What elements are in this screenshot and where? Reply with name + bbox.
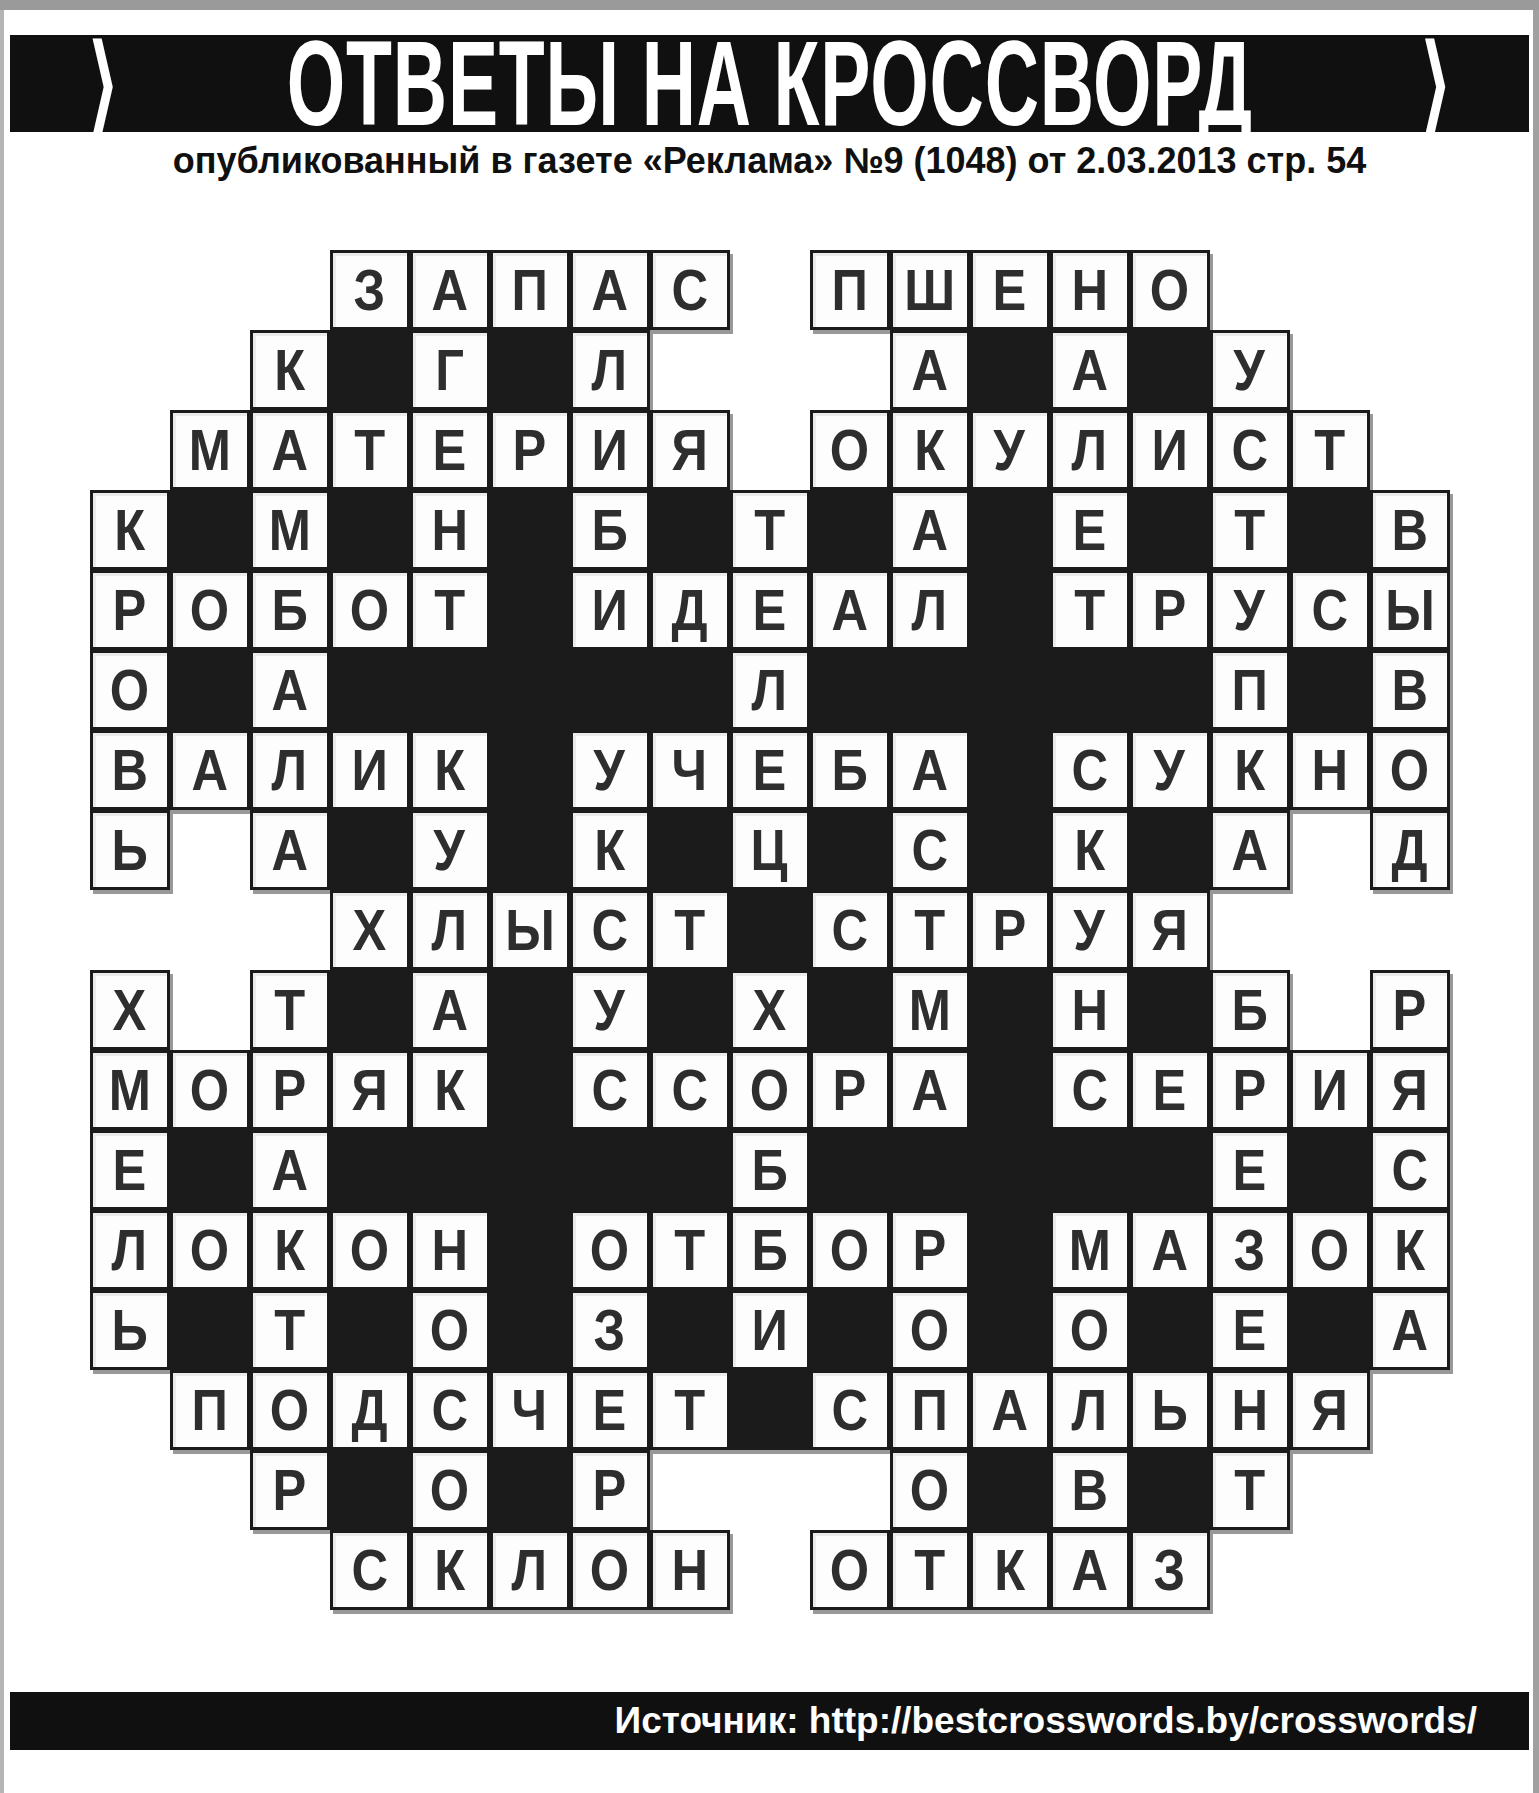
cell-r3c4: Т bbox=[330, 410, 410, 490]
cell-letter: Д bbox=[671, 581, 707, 639]
cell-r16c6 bbox=[490, 1450, 570, 1530]
cell-r4c8 bbox=[650, 490, 730, 570]
cell-r14c2 bbox=[170, 1290, 250, 1370]
cell-r6c13 bbox=[1050, 650, 1130, 730]
cell-r17c8: Н bbox=[650, 1530, 730, 1610]
cell-letter: Р bbox=[273, 1061, 307, 1119]
cell-r3c1 bbox=[90, 410, 170, 490]
cell-r12c4 bbox=[330, 1130, 410, 1210]
cell-letter: А bbox=[1151, 1221, 1188, 1279]
cell-letter: Р bbox=[833, 1061, 867, 1119]
cell-letter: А bbox=[1391, 1301, 1428, 1359]
cell-r14c8 bbox=[650, 1290, 730, 1370]
cell-r6c2 bbox=[170, 650, 250, 730]
cell-letter: И bbox=[591, 421, 627, 479]
cell-r14c4 bbox=[330, 1290, 410, 1370]
cell-letter: Х bbox=[753, 981, 787, 1039]
cell-r7c4: И bbox=[330, 730, 410, 810]
cell-letter: Ы bbox=[1385, 581, 1435, 639]
cell-r13c15: З bbox=[1210, 1210, 1290, 1290]
cell-r9c11: Т bbox=[890, 890, 970, 970]
cell-letter: В bbox=[1391, 661, 1428, 719]
cell-letter: Н bbox=[1311, 741, 1348, 799]
cell-r5c16: С bbox=[1290, 570, 1370, 650]
cell-letter: Ц bbox=[751, 821, 788, 879]
cell-r3c9 bbox=[730, 410, 810, 490]
cell-r1c8: С bbox=[650, 250, 730, 330]
cell-r2c6 bbox=[490, 330, 570, 410]
cell-r13c2: О bbox=[170, 1210, 250, 1290]
cell-r12c6 bbox=[490, 1130, 570, 1210]
scan-edge-top bbox=[0, 0, 1539, 10]
cell-r5c15: У bbox=[1210, 570, 1290, 650]
cell-letter: У bbox=[434, 821, 465, 879]
cell-r1c15 bbox=[1210, 250, 1290, 330]
cell-r11c1: М bbox=[90, 1050, 170, 1130]
cell-r10c16 bbox=[1290, 970, 1370, 1050]
cell-r12c17: С bbox=[1370, 1130, 1450, 1210]
cell-r7c16: Н bbox=[1290, 730, 1370, 810]
cell-r2c8 bbox=[650, 330, 730, 410]
cell-letter: Б bbox=[751, 1221, 787, 1279]
cell-r10c8 bbox=[650, 970, 730, 1050]
cell-r6c6 bbox=[490, 650, 570, 730]
cell-letter: Т bbox=[354, 421, 385, 479]
cell-r13c3: К bbox=[250, 1210, 330, 1290]
cell-r12c5 bbox=[410, 1130, 490, 1210]
cell-r5c10: А bbox=[810, 570, 890, 650]
cell-r11c3: Р bbox=[250, 1050, 330, 1130]
cell-r16c2 bbox=[170, 1450, 250, 1530]
cell-letter: Т bbox=[914, 901, 945, 959]
cell-r14c13: О bbox=[1050, 1290, 1130, 1370]
cell-r16c1 bbox=[90, 1450, 170, 1530]
cell-r8c6 bbox=[490, 810, 570, 890]
cell-r6c5 bbox=[410, 650, 490, 730]
cell-letter: К bbox=[1234, 741, 1265, 799]
cell-letter: Ы bbox=[505, 901, 555, 959]
cell-r2c10 bbox=[810, 330, 890, 410]
cell-letter: Р bbox=[593, 1461, 627, 1519]
cell-r15c15: Н bbox=[1210, 1370, 1290, 1450]
cell-r9c16 bbox=[1290, 890, 1370, 970]
cell-letter: А bbox=[1071, 341, 1108, 399]
cell-letter: Р bbox=[113, 581, 147, 639]
cell-r3c10: О bbox=[810, 410, 890, 490]
cell-letter: Л bbox=[912, 581, 948, 639]
cell-letter: К bbox=[274, 341, 305, 399]
cell-r11c2: О bbox=[170, 1050, 250, 1130]
cell-r12c10 bbox=[810, 1130, 890, 1210]
cell-letter: С bbox=[671, 1061, 708, 1119]
cell-r5c2: О bbox=[170, 570, 250, 650]
cell-r6c3: А bbox=[250, 650, 330, 730]
cell-r12c1: Е bbox=[90, 1130, 170, 1210]
cell-r1c12: Е bbox=[970, 250, 1050, 330]
cell-r5c9: Е bbox=[730, 570, 810, 650]
cell-letter: Е bbox=[113, 1141, 147, 1199]
cell-letter: А bbox=[911, 1061, 948, 1119]
cell-r14c17: А bbox=[1370, 1290, 1450, 1370]
cell-r2c15: У bbox=[1210, 330, 1290, 410]
cell-letter: Е bbox=[1233, 1141, 1267, 1199]
cell-r9c13: У bbox=[1050, 890, 1130, 970]
cell-r14c16 bbox=[1290, 1290, 1370, 1370]
cell-letter: Х bbox=[113, 981, 147, 1039]
cell-r16c17 bbox=[1370, 1450, 1450, 1530]
cell-r6c14 bbox=[1130, 650, 1210, 730]
cell-letter: С bbox=[911, 821, 948, 879]
cell-r7c17: О bbox=[1370, 730, 1450, 810]
cell-r11c17: Я bbox=[1370, 1050, 1450, 1130]
cell-r8c5: У bbox=[410, 810, 490, 890]
cell-r15c10: С bbox=[810, 1370, 890, 1450]
cell-r10c2 bbox=[170, 970, 250, 1050]
cell-letter: У bbox=[594, 981, 625, 1039]
cell-r16c12 bbox=[970, 1450, 1050, 1530]
left-angle-bracket-icon: ⟩ bbox=[88, 31, 118, 136]
cell-letter: Ь bbox=[111, 821, 147, 879]
cell-letter: Б bbox=[831, 741, 867, 799]
cell-r16c8 bbox=[650, 1450, 730, 1530]
cell-letter: К bbox=[434, 1541, 465, 1599]
cell-r5c6 bbox=[490, 570, 570, 650]
cell-r11c6 bbox=[490, 1050, 570, 1130]
cell-letter: У bbox=[1234, 341, 1265, 399]
cell-r9c15 bbox=[1210, 890, 1290, 970]
cell-r3c7: И bbox=[570, 410, 650, 490]
cell-r15c6: Ч bbox=[490, 1370, 570, 1450]
cell-r13c14: А bbox=[1130, 1210, 1210, 1290]
cell-r17c13: А bbox=[1050, 1530, 1130, 1610]
cell-r4c4 bbox=[330, 490, 410, 570]
right-angle-bracket-icon: ⟩ bbox=[1421, 31, 1451, 136]
cell-r9c4: Х bbox=[330, 890, 410, 970]
cell-letter: О bbox=[590, 1221, 629, 1279]
cell-letter: О bbox=[1150, 261, 1189, 319]
cell-r3c8: Я bbox=[650, 410, 730, 490]
cell-letter: Ш bbox=[904, 261, 955, 319]
cell-letter: У bbox=[1074, 901, 1105, 959]
cell-r10c13: Н bbox=[1050, 970, 1130, 1050]
cell-r3c14: И bbox=[1130, 410, 1210, 490]
cell-r2c11: А bbox=[890, 330, 970, 410]
cell-r13c9: Б bbox=[730, 1210, 810, 1290]
cell-r4c13: Е bbox=[1050, 490, 1130, 570]
cell-letter: Б bbox=[271, 581, 307, 639]
cell-letter: Я bbox=[1151, 901, 1187, 959]
cell-r5c12 bbox=[970, 570, 1050, 650]
cell-r6c7 bbox=[570, 650, 650, 730]
cell-letter: М bbox=[1068, 1221, 1110, 1279]
source-link-text: Источник: http://bestcrosswords.by/cross… bbox=[615, 1700, 1477, 1742]
cell-r9c7: С bbox=[570, 890, 650, 970]
cell-letter: А bbox=[431, 981, 468, 1039]
cell-r9c5: Л bbox=[410, 890, 490, 970]
cell-letter: О bbox=[590, 1541, 629, 1599]
cell-letter: Б bbox=[1231, 981, 1267, 1039]
cell-letter: В bbox=[1391, 501, 1428, 559]
cell-letter: Р bbox=[1153, 581, 1187, 639]
cell-r4c14 bbox=[1130, 490, 1210, 570]
cell-r6c8 bbox=[650, 650, 730, 730]
cell-letter: Г bbox=[435, 341, 464, 399]
cell-r12c9: Б bbox=[730, 1130, 810, 1210]
cell-letter: К bbox=[1074, 821, 1105, 879]
cell-letter: Я bbox=[1311, 1381, 1347, 1439]
cell-r3c12: У bbox=[970, 410, 1050, 490]
cell-r16c14 bbox=[1130, 1450, 1210, 1530]
cell-r2c16 bbox=[1290, 330, 1370, 410]
cell-r15c8: Т bbox=[650, 1370, 730, 1450]
cell-r7c8: Ч bbox=[650, 730, 730, 810]
cell-r5c17: Ы bbox=[1370, 570, 1450, 650]
cell-letter: Л bbox=[272, 741, 308, 799]
cell-r6c1: О bbox=[90, 650, 170, 730]
cell-letter: О bbox=[830, 1541, 869, 1599]
cell-r1c2 bbox=[170, 250, 250, 330]
cell-letter: С bbox=[671, 261, 708, 319]
cell-r5c11: Л bbox=[890, 570, 970, 650]
cell-letter: К bbox=[994, 1541, 1025, 1599]
cell-letter: П bbox=[511, 261, 547, 319]
cell-letter: О bbox=[430, 1301, 469, 1359]
cell-r17c4: С bbox=[330, 1530, 410, 1610]
cell-letter: О bbox=[830, 421, 869, 479]
cell-r13c11: Р bbox=[890, 1210, 970, 1290]
cell-r6c9: Л bbox=[730, 650, 810, 730]
cell-r3c17 bbox=[1370, 410, 1450, 490]
cell-letter: С bbox=[591, 1061, 628, 1119]
cell-r12c12 bbox=[970, 1130, 1050, 1210]
cell-letter: Б bbox=[591, 501, 627, 559]
cell-r9c6: Ы bbox=[490, 890, 570, 970]
cell-r12c7 bbox=[570, 1130, 650, 1210]
cell-r10c9: Х bbox=[730, 970, 810, 1050]
cell-r8c17: Д bbox=[1370, 810, 1450, 890]
cell-r3c13: Л bbox=[1050, 410, 1130, 490]
cell-r14c14 bbox=[1130, 1290, 1210, 1370]
cell-letter: А bbox=[591, 261, 628, 319]
cell-letter: О bbox=[190, 1061, 229, 1119]
cell-r1c17 bbox=[1370, 250, 1450, 330]
cell-r9c8: Т bbox=[650, 890, 730, 970]
cell-r7c3: Л bbox=[250, 730, 330, 810]
cell-letter: Е bbox=[433, 421, 467, 479]
cell-r5c5: Т bbox=[410, 570, 490, 650]
cell-r6c11 bbox=[890, 650, 970, 730]
cell-r12c3: А bbox=[250, 1130, 330, 1210]
cell-r12c2 bbox=[170, 1130, 250, 1210]
cell-r13c6 bbox=[490, 1210, 570, 1290]
cell-r6c10 bbox=[810, 650, 890, 730]
cell-r7c5: К bbox=[410, 730, 490, 810]
cell-r12c15: Е bbox=[1210, 1130, 1290, 1210]
cell-letter: З bbox=[1154, 1541, 1186, 1599]
cell-letter: К bbox=[914, 421, 945, 479]
cell-letter: Е bbox=[1073, 501, 1107, 559]
cell-r17c2 bbox=[170, 1530, 250, 1610]
cell-letter: Н bbox=[671, 1541, 708, 1599]
cell-r10c11: М bbox=[890, 970, 970, 1050]
cell-r14c1: Ь bbox=[90, 1290, 170, 1370]
cell-letter: Ч bbox=[672, 741, 708, 799]
cell-r8c10 bbox=[810, 810, 890, 890]
cell-r17c16 bbox=[1290, 1530, 1370, 1610]
cell-letter: Р bbox=[993, 901, 1027, 959]
cell-r2c3: К bbox=[250, 330, 330, 410]
cell-r1c7: А bbox=[570, 250, 650, 330]
publication-subtitle: опубликованный в газете «Реклама» №9 (10… bbox=[0, 140, 1539, 182]
cell-r9c17 bbox=[1370, 890, 1450, 970]
cell-r8c7: К bbox=[570, 810, 650, 890]
scan-edge-left bbox=[0, 10, 4, 1793]
cell-r15c5: С bbox=[410, 1370, 490, 1450]
cell-letter: Д bbox=[1391, 821, 1427, 879]
cell-r15c9 bbox=[730, 1370, 810, 1450]
cell-r6c17: В bbox=[1370, 650, 1450, 730]
cell-r7c1: В bbox=[90, 730, 170, 810]
cell-r4c9: Т bbox=[730, 490, 810, 570]
cell-r11c12 bbox=[970, 1050, 1050, 1130]
cell-letter: С bbox=[431, 1381, 468, 1439]
cell-letter: К bbox=[274, 1221, 305, 1279]
cell-r15c2: П bbox=[170, 1370, 250, 1450]
cell-letter: П bbox=[911, 1381, 947, 1439]
page-title: ОТВЕТЫ НА КРОССВОРД bbox=[286, 23, 1252, 143]
cell-r2c13: А bbox=[1050, 330, 1130, 410]
cell-r11c9: О bbox=[730, 1050, 810, 1130]
cell-letter: К bbox=[594, 821, 625, 879]
cell-letter: Ь bbox=[111, 1301, 147, 1359]
cell-r16c16 bbox=[1290, 1450, 1370, 1530]
cell-letter: А bbox=[431, 261, 468, 319]
cell-letter: И bbox=[751, 1301, 787, 1359]
cell-r7c6 bbox=[490, 730, 570, 810]
cell-letter: Л bbox=[112, 1221, 148, 1279]
cell-r14c3: Т bbox=[250, 1290, 330, 1370]
cell-r5c1: Р bbox=[90, 570, 170, 650]
cell-r1c16 bbox=[1290, 250, 1370, 330]
cell-letter: М bbox=[268, 501, 310, 559]
cell-r8c13: К bbox=[1050, 810, 1130, 890]
cell-r15c13: Л bbox=[1050, 1370, 1130, 1450]
cell-r15c7: Е bbox=[570, 1370, 650, 1450]
cell-r16c10 bbox=[810, 1450, 890, 1530]
cell-letter: А bbox=[911, 501, 948, 559]
scan-edge-right bbox=[1533, 10, 1539, 1793]
cell-r4c6 bbox=[490, 490, 570, 570]
cell-r8c1: Ь bbox=[90, 810, 170, 890]
cell-r2c4 bbox=[330, 330, 410, 410]
cell-r15c1 bbox=[90, 1370, 170, 1450]
cell-r6c4 bbox=[330, 650, 410, 730]
cell-r1c9 bbox=[730, 250, 810, 330]
cell-r1c11: Ш bbox=[890, 250, 970, 330]
cell-letter: Р bbox=[1233, 1061, 1267, 1119]
cell-letter: С bbox=[831, 1381, 868, 1439]
cell-r13c5: Н bbox=[410, 1210, 490, 1290]
cell-letter: Л bbox=[1072, 1381, 1108, 1439]
cell-r6c15: П bbox=[1210, 650, 1290, 730]
cell-letter: Л bbox=[1072, 421, 1108, 479]
cell-r11c8: С bbox=[650, 1050, 730, 1130]
cell-letter: У bbox=[1154, 741, 1185, 799]
cell-r8c11: С bbox=[890, 810, 970, 890]
cell-r14c9: И bbox=[730, 1290, 810, 1370]
cell-letter: Ь bbox=[1151, 1381, 1187, 1439]
cell-letter: В bbox=[111, 741, 148, 799]
cell-letter: Я bbox=[351, 1061, 387, 1119]
cell-r15c3: О bbox=[250, 1370, 330, 1450]
cell-letter: Р bbox=[513, 421, 547, 479]
cell-r1c10: П bbox=[810, 250, 890, 330]
cell-r15c11: П bbox=[890, 1370, 970, 1450]
cell-letter: Р bbox=[913, 1221, 947, 1279]
cell-letter: У bbox=[594, 741, 625, 799]
cell-r4c5: Н bbox=[410, 490, 490, 570]
cell-letter: У bbox=[994, 421, 1025, 479]
cell-r5c14: Р bbox=[1130, 570, 1210, 650]
cell-r4c10 bbox=[810, 490, 890, 570]
cell-letter: П bbox=[1231, 661, 1267, 719]
cell-r4c17: В bbox=[1370, 490, 1450, 570]
cell-r17c7: О bbox=[570, 1530, 650, 1610]
cell-r8c8 bbox=[650, 810, 730, 890]
cell-letter: Т bbox=[674, 1221, 705, 1279]
cell-r3c3: А bbox=[250, 410, 330, 490]
cell-letter: И bbox=[351, 741, 387, 799]
cell-r2c1 bbox=[90, 330, 170, 410]
cell-letter: Б bbox=[751, 1141, 787, 1199]
cell-letter: О bbox=[910, 1461, 949, 1519]
cell-r11c15: Р bbox=[1210, 1050, 1290, 1130]
cell-letter: З bbox=[354, 261, 386, 319]
cell-letter: Т bbox=[434, 581, 465, 639]
cell-r16c11: О bbox=[890, 1450, 970, 1530]
cell-r14c10 bbox=[810, 1290, 890, 1370]
cell-r8c9: Ц bbox=[730, 810, 810, 890]
cell-letter: О bbox=[190, 1221, 229, 1279]
cell-r2c14 bbox=[1130, 330, 1210, 410]
cell-r5c4: О bbox=[330, 570, 410, 650]
cell-letter: М bbox=[108, 1061, 150, 1119]
cell-letter: И bbox=[591, 581, 627, 639]
cell-r11c14: Е bbox=[1130, 1050, 1210, 1130]
cell-letter: М bbox=[908, 981, 950, 1039]
cell-r11c10: Р bbox=[810, 1050, 890, 1130]
cell-letter: Р bbox=[1393, 981, 1427, 1039]
cell-r3c5: Е bbox=[410, 410, 490, 490]
cell-r7c14: У bbox=[1130, 730, 1210, 810]
cell-r1c3 bbox=[250, 250, 330, 330]
cell-r10c4 bbox=[330, 970, 410, 1050]
cell-r17c11: Т bbox=[890, 1530, 970, 1610]
cell-r14c15: Е bbox=[1210, 1290, 1290, 1370]
cell-r10c12 bbox=[970, 970, 1050, 1050]
cell-letter: Е bbox=[1233, 1301, 1267, 1359]
cell-r4c12 bbox=[970, 490, 1050, 570]
cell-letter: О bbox=[1310, 1221, 1349, 1279]
cell-r4c11: А bbox=[890, 490, 970, 570]
cell-letter: И bbox=[1151, 421, 1187, 479]
cell-r7c13: С bbox=[1050, 730, 1130, 810]
cell-r11c13: С bbox=[1050, 1050, 1130, 1130]
cell-r9c14: Я bbox=[1130, 890, 1210, 970]
cell-r11c11: А bbox=[890, 1050, 970, 1130]
cell-letter: Р bbox=[273, 1461, 307, 1519]
cell-letter: О bbox=[1390, 741, 1429, 799]
